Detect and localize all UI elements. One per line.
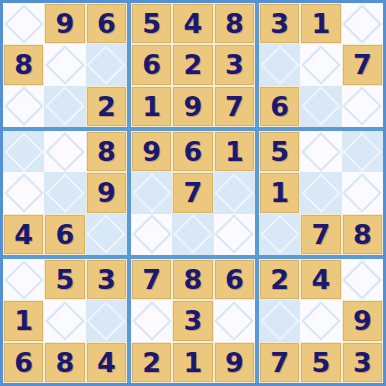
diamond-mark (260, 215, 300, 255)
cell-r9c2: 8 (44, 342, 85, 383)
cell-r7c5: 8 (172, 259, 213, 300)
cell-r2c4: 6 (131, 44, 172, 85)
cell-r8c4[interactable] (131, 300, 172, 341)
cell-r6c3[interactable] (86, 214, 127, 255)
cell-r1c4: 5 (131, 3, 172, 44)
box-r1c3: 3176 (259, 3, 383, 127)
diamond-mark (301, 45, 341, 85)
cell-r3c4: 1 (131, 86, 172, 127)
cell-r5c4[interactable] (131, 172, 172, 213)
cell-r5c8[interactable] (300, 172, 341, 213)
cell-r9c6: 9 (214, 342, 255, 383)
cell-r3c6: 7 (214, 86, 255, 127)
cell-r8c6[interactable] (214, 300, 255, 341)
diamond-mark (4, 4, 44, 44)
box-r1c2: 548623197 (131, 3, 255, 127)
cell-r5c1[interactable] (3, 172, 44, 213)
diamond-mark (45, 301, 85, 341)
cell-r2c2[interactable] (44, 44, 85, 85)
cell-r9c3: 4 (86, 342, 127, 383)
cell-r2c5: 2 (172, 44, 213, 85)
cell-r9c8: 5 (300, 342, 341, 383)
cell-r5c7: 1 (259, 172, 300, 213)
cell-r8c5: 3 (172, 300, 213, 341)
cell-r4c4: 9 (131, 131, 172, 172)
cell-r6c2: 6 (44, 214, 85, 255)
cell-r3c8[interactable] (300, 86, 341, 127)
diamond-mark (215, 215, 255, 255)
cell-r6c1: 4 (3, 214, 44, 255)
box-r2c2: 9617 (131, 131, 255, 255)
cell-r3c2[interactable] (44, 86, 85, 127)
cell-r9c1: 6 (3, 342, 44, 383)
diamond-mark (132, 301, 172, 341)
diamond-mark (301, 301, 341, 341)
cell-r3c3: 2 (86, 86, 127, 127)
cell-r1c7: 3 (259, 3, 300, 44)
diamond-mark (260, 45, 300, 85)
cell-r1c9[interactable] (342, 3, 383, 44)
diamond-mark (173, 215, 213, 255)
cell-r4c3: 8 (86, 131, 127, 172)
box-r2c1: 8946 (3, 131, 127, 255)
cell-r7c9[interactable] (342, 259, 383, 300)
cell-r8c1: 1 (3, 300, 44, 341)
diamond-mark (45, 87, 85, 127)
cell-r4c1[interactable] (3, 131, 44, 172)
cell-r6c9: 8 (342, 214, 383, 255)
cell-r7c2: 5 (44, 259, 85, 300)
cell-r1c8: 1 (300, 3, 341, 44)
cell-r8c7[interactable] (259, 300, 300, 341)
cell-r7c3: 3 (86, 259, 127, 300)
cell-r3c5: 9 (172, 86, 213, 127)
diamond-mark (132, 215, 172, 255)
cell-r6c8: 7 (300, 214, 341, 255)
cell-r6c4[interactable] (131, 214, 172, 255)
cell-r6c5[interactable] (172, 214, 213, 255)
cell-r9c7: 7 (259, 342, 300, 383)
cell-r9c5: 1 (172, 342, 213, 383)
cell-r1c6: 8 (214, 3, 255, 44)
sudoku-board: 9682548623197317689469617517853168478632… (0, 0, 386, 386)
cell-r7c7: 2 (259, 259, 300, 300)
cell-r4c2[interactable] (44, 131, 85, 172)
cell-r4c9[interactable] (342, 131, 383, 172)
diamond-mark (215, 173, 255, 213)
cell-r7c8: 4 (300, 259, 341, 300)
diamond-mark (4, 173, 44, 213)
cell-r8c2[interactable] (44, 300, 85, 341)
cell-r2c3[interactable] (86, 44, 127, 85)
diamond-mark (343, 4, 383, 44)
cell-r5c6[interactable] (214, 172, 255, 213)
diamond-mark (4, 260, 44, 300)
cell-r9c9: 3 (342, 342, 383, 383)
diamond-mark (4, 87, 44, 127)
box-r3c2: 7863219 (131, 259, 255, 383)
diamond-mark (45, 173, 85, 213)
cell-r8c9: 9 (342, 300, 383, 341)
diamond-mark (4, 132, 44, 172)
cell-r1c1[interactable] (3, 3, 44, 44)
cell-r9c4: 2 (131, 342, 172, 383)
diamond-mark (45, 45, 85, 85)
cell-r8c3[interactable] (86, 300, 127, 341)
diamond-mark (301, 132, 341, 172)
cell-r1c3: 6 (86, 3, 127, 44)
cell-r2c7[interactable] (259, 44, 300, 85)
diamond-mark (343, 87, 383, 127)
cell-r8c8[interactable] (300, 300, 341, 341)
cell-r4c6: 1 (214, 131, 255, 172)
cell-r7c4: 7 (131, 259, 172, 300)
cell-r1c5: 4 (172, 3, 213, 44)
cell-r4c7: 5 (259, 131, 300, 172)
cell-r4c8[interactable] (300, 131, 341, 172)
cell-r3c7: 6 (259, 86, 300, 127)
cell-r2c1: 8 (3, 44, 44, 85)
cell-r3c9[interactable] (342, 86, 383, 127)
diamond-mark (343, 173, 383, 213)
diamond-mark (132, 173, 172, 213)
diamond-mark (87, 301, 127, 341)
diamond-mark (45, 132, 85, 172)
diamond-mark (301, 87, 341, 127)
cell-r5c5: 7 (172, 172, 213, 213)
cell-r7c1[interactable] (3, 259, 44, 300)
cell-r2c9: 7 (342, 44, 383, 85)
cell-r2c8[interactable] (300, 44, 341, 85)
diamond-mark (301, 173, 341, 213)
diamond-mark (343, 260, 383, 300)
cell-r5c3: 9 (86, 172, 127, 213)
cell-r5c9[interactable] (342, 172, 383, 213)
diamond-mark (260, 301, 300, 341)
cell-r2c6: 3 (214, 44, 255, 85)
cell-r7c6: 6 (214, 259, 255, 300)
diamond-mark (87, 215, 127, 255)
box-r1c1: 9682 (3, 3, 127, 127)
cell-r4c5: 6 (172, 131, 213, 172)
diamond-mark (87, 45, 127, 85)
cell-r6c6[interactable] (214, 214, 255, 255)
diamond-mark (215, 301, 255, 341)
box-r2c3: 5178 (259, 131, 383, 255)
box-r3c3: 249753 (259, 259, 383, 383)
cell-r3c1[interactable] (3, 86, 44, 127)
cell-r1c2: 9 (44, 3, 85, 44)
box-r3c1: 531684 (3, 259, 127, 383)
cell-r6c7[interactable] (259, 214, 300, 255)
diamond-mark (343, 132, 383, 172)
cell-r5c2[interactable] (44, 172, 85, 213)
